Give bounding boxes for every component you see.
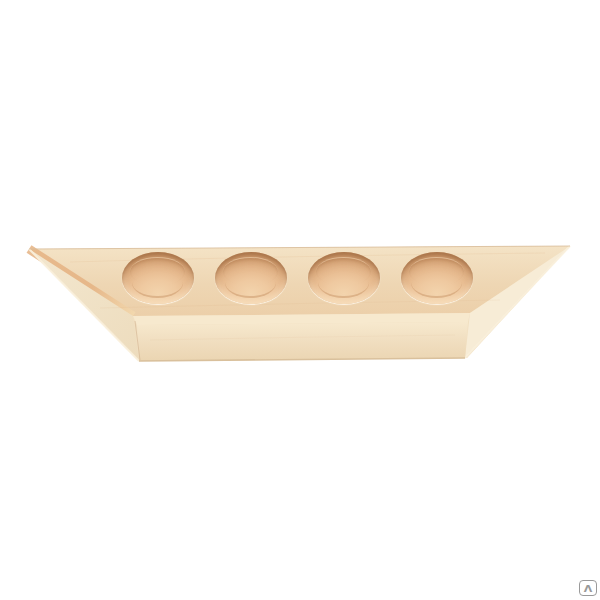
watermark-logo: Λ [579,580,597,596]
pit-3 [308,252,380,304]
pit-cell-1 [111,252,204,304]
pit-row-grid [111,252,483,304]
pit-1 [122,252,194,304]
pit-cell-2 [204,252,297,304]
pit-cell-3 [297,252,390,304]
product-photo-stage: Λ [0,0,600,600]
tray-front-face [137,322,468,361]
watermark-caret-icon: Λ [584,584,593,594]
pit-2 [215,252,287,304]
pit-4 [401,252,473,304]
pit-cell-4 [390,252,483,304]
